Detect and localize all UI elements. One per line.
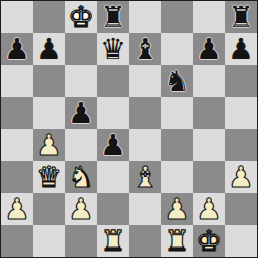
black-pawn[interactable]: ♟: [68, 97, 94, 129]
square-e5[interactable]: [129, 97, 161, 129]
square-c7[interactable]: [65, 33, 97, 65]
square-b4[interactable]: ♟: [33, 129, 65, 161]
black-king[interactable]: ♚: [68, 1, 94, 33]
chess-diagram: ♚♜♜♟♟♛♝♟♟♞♟♟♟♛♞♝♟♟♟♟♟♜♜♚: [0, 0, 258, 258]
square-b8[interactable]: [33, 1, 65, 33]
white-pawn[interactable]: ♟: [68, 193, 94, 225]
white-queen[interactable]: ♛: [36, 161, 62, 193]
square-d7[interactable]: ♛: [97, 33, 129, 65]
square-f5[interactable]: [161, 97, 193, 129]
square-g3[interactable]: [193, 161, 225, 193]
white-rook[interactable]: ♜: [164, 225, 190, 257]
black-knight[interactable]: ♞: [164, 65, 190, 97]
black-pawn[interactable]: ♟: [196, 33, 222, 65]
white-knight[interactable]: ♞: [68, 161, 94, 193]
square-d4[interactable]: ♟: [97, 129, 129, 161]
square-f3[interactable]: [161, 161, 193, 193]
black-pawn[interactable]: ♟: [36, 33, 62, 65]
square-a2[interactable]: ♟: [1, 193, 33, 225]
square-a7[interactable]: ♟: [1, 33, 33, 65]
square-a5[interactable]: [1, 97, 33, 129]
black-pawn[interactable]: ♟: [4, 33, 30, 65]
white-pawn[interactable]: ♟: [196, 193, 222, 225]
square-b1[interactable]: [33, 225, 65, 257]
square-d2[interactable]: [97, 193, 129, 225]
square-h2[interactable]: [225, 193, 257, 225]
square-b6[interactable]: [33, 65, 65, 97]
black-bishop[interactable]: ♝: [132, 33, 158, 65]
square-e6[interactable]: [129, 65, 161, 97]
square-e7[interactable]: ♝: [129, 33, 161, 65]
square-a4[interactable]: [1, 129, 33, 161]
square-e8[interactable]: [129, 1, 161, 33]
white-pawn[interactable]: ♟: [228, 161, 254, 193]
square-h4[interactable]: [225, 129, 257, 161]
square-g4[interactable]: [193, 129, 225, 161]
square-e1[interactable]: [129, 225, 161, 257]
square-h3[interactable]: ♟: [225, 161, 257, 193]
chess-board: ♚♜♜♟♟♛♝♟♟♞♟♟♟♛♞♝♟♟♟♟♟♜♜♚: [0, 0, 258, 258]
square-h8[interactable]: ♜: [225, 1, 257, 33]
square-g7[interactable]: ♟: [193, 33, 225, 65]
square-g1[interactable]: ♚: [193, 225, 225, 257]
square-d6[interactable]: [97, 65, 129, 97]
square-e3[interactable]: ♝: [129, 161, 161, 193]
square-a6[interactable]: [1, 65, 33, 97]
white-king[interactable]: ♚: [196, 225, 222, 257]
square-f7[interactable]: [161, 33, 193, 65]
square-h6[interactable]: [225, 65, 257, 97]
square-d5[interactable]: [97, 97, 129, 129]
square-c3[interactable]: ♞: [65, 161, 97, 193]
square-b5[interactable]: [33, 97, 65, 129]
square-d1[interactable]: ♜: [97, 225, 129, 257]
square-d8[interactable]: ♜: [97, 1, 129, 33]
square-a8[interactable]: [1, 1, 33, 33]
black-pawn[interactable]: ♟: [100, 129, 126, 161]
black-queen[interactable]: ♛: [100, 33, 126, 65]
square-c1[interactable]: [65, 225, 97, 257]
square-g5[interactable]: [193, 97, 225, 129]
square-e4[interactable]: [129, 129, 161, 161]
square-e2[interactable]: [129, 193, 161, 225]
square-c5[interactable]: ♟: [65, 97, 97, 129]
white-pawn[interactable]: ♟: [164, 193, 190, 225]
square-b2[interactable]: [33, 193, 65, 225]
square-g8[interactable]: [193, 1, 225, 33]
square-c2[interactable]: ♟: [65, 193, 97, 225]
white-rook[interactable]: ♜: [100, 225, 126, 257]
square-a1[interactable]: [1, 225, 33, 257]
square-f6[interactable]: ♞: [161, 65, 193, 97]
square-b3[interactable]: ♛: [33, 161, 65, 193]
square-h5[interactable]: [225, 97, 257, 129]
square-f8[interactable]: [161, 1, 193, 33]
black-rook[interactable]: ♜: [100, 1, 126, 33]
black-pawn[interactable]: ♟: [228, 33, 254, 65]
square-f2[interactable]: ♟: [161, 193, 193, 225]
square-a3[interactable]: [1, 161, 33, 193]
white-pawn[interactable]: ♟: [36, 129, 62, 161]
square-g2[interactable]: ♟: [193, 193, 225, 225]
square-c4[interactable]: [65, 129, 97, 161]
white-pawn[interactable]: ♟: [4, 193, 30, 225]
square-c8[interactable]: ♚: [65, 1, 97, 33]
square-f1[interactable]: ♜: [161, 225, 193, 257]
square-h1[interactable]: [225, 225, 257, 257]
white-bishop[interactable]: ♝: [132, 161, 158, 193]
square-g6[interactable]: [193, 65, 225, 97]
square-c6[interactable]: [65, 65, 97, 97]
black-rook[interactable]: ♜: [228, 1, 254, 33]
square-h7[interactable]: ♟: [225, 33, 257, 65]
square-f4[interactable]: [161, 129, 193, 161]
square-b7[interactable]: ♟: [33, 33, 65, 65]
square-d3[interactable]: [97, 161, 129, 193]
